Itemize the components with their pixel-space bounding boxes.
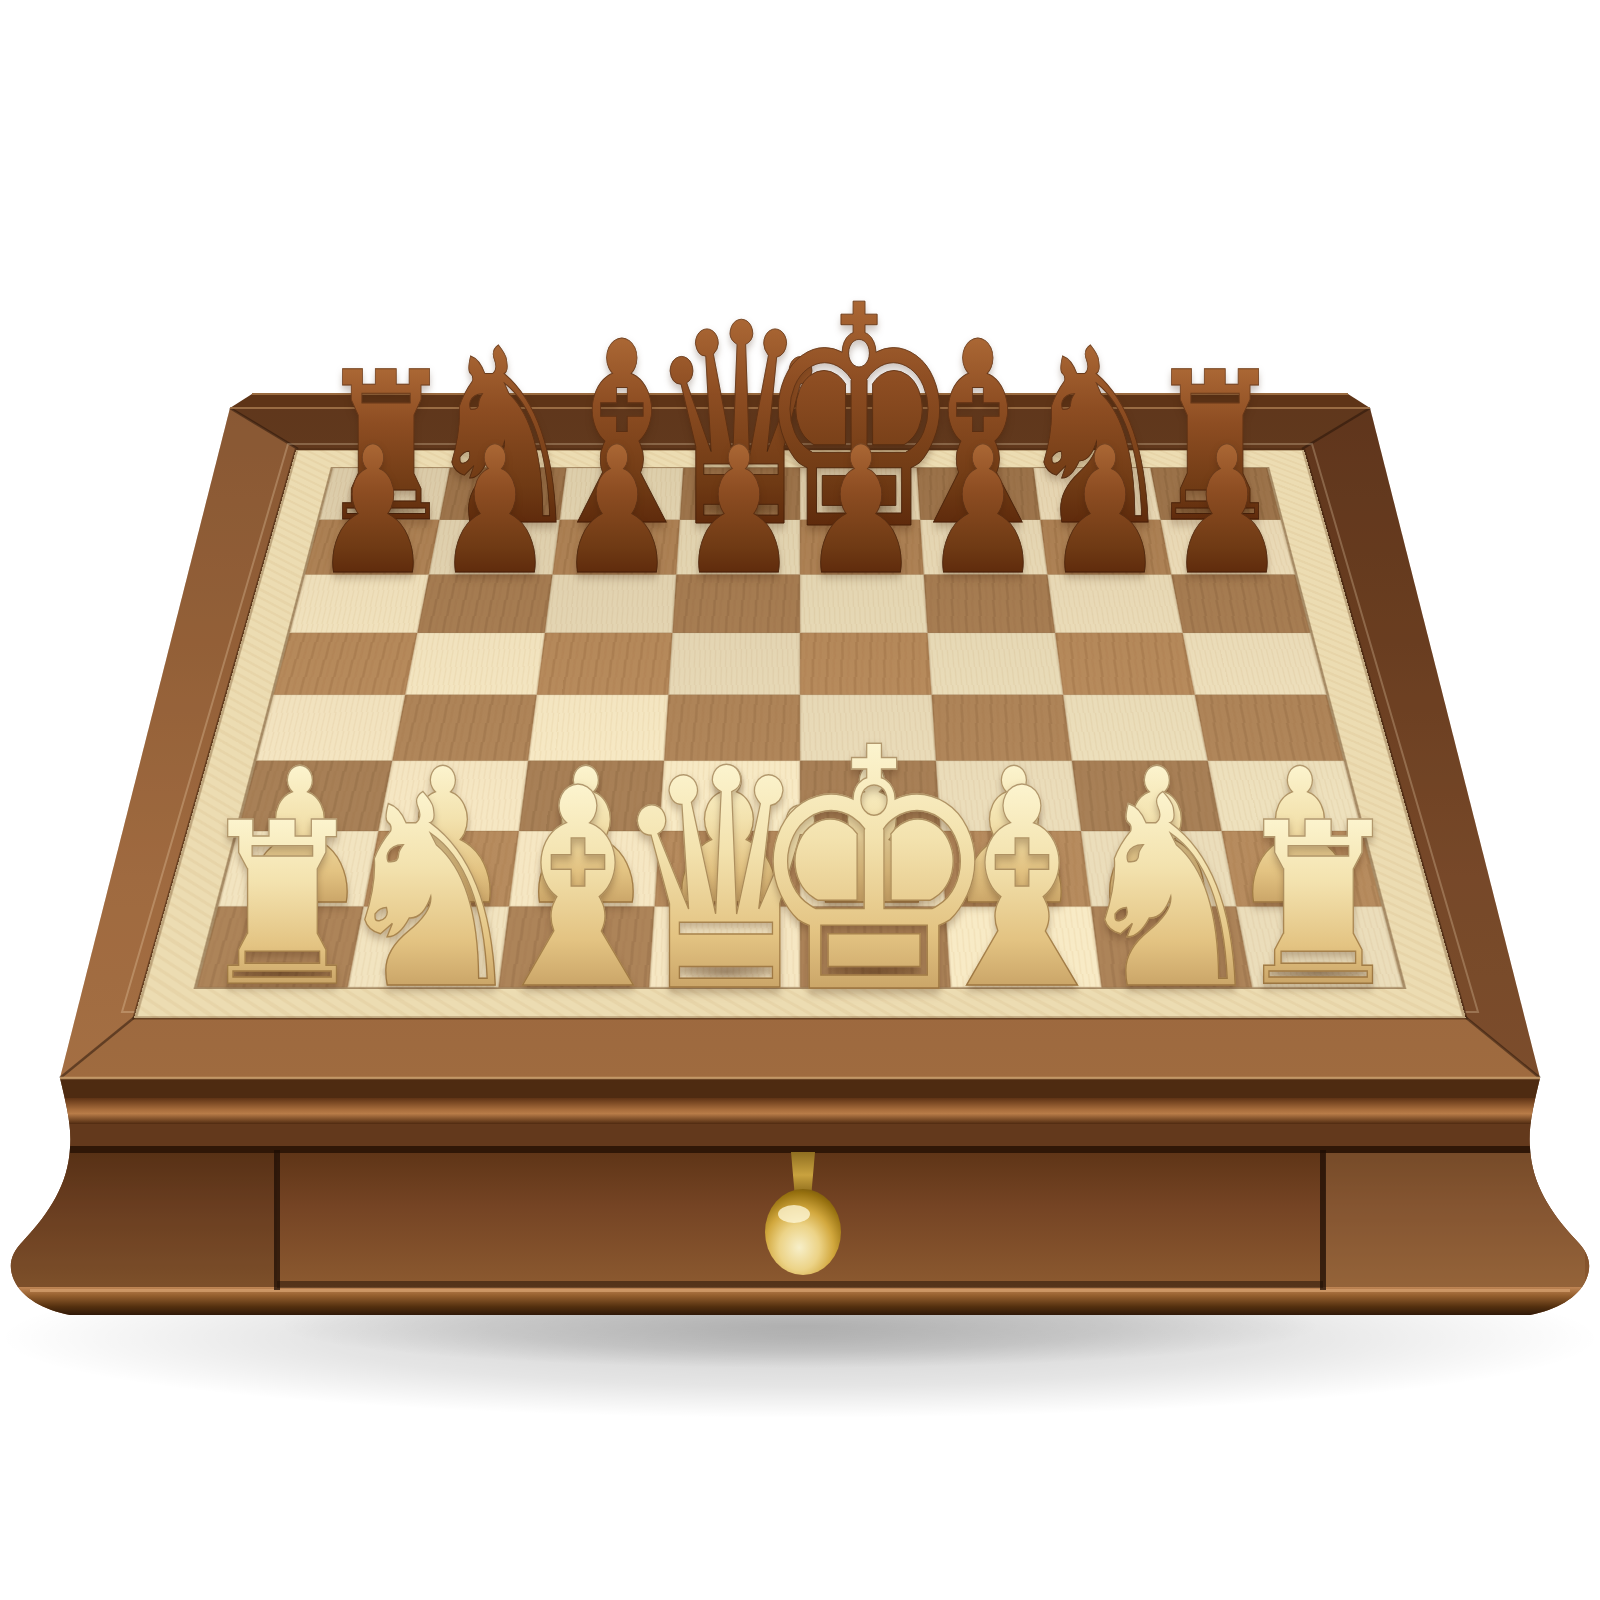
square-f3 — [936, 761, 1081, 831]
square-g2 — [1081, 831, 1236, 906]
square-f8 — [917, 468, 1041, 520]
square-e6 — [800, 575, 928, 633]
square-g7 — [1040, 520, 1171, 575]
square-e2 — [800, 831, 945, 906]
square-c8 — [560, 468, 684, 520]
knob-specular — [778, 1205, 810, 1223]
square-f4 — [932, 695, 1072, 761]
drawer-top-gap — [0, 1146, 1600, 1153]
square-g3 — [1072, 761, 1222, 831]
square-e5 — [800, 633, 932, 695]
square-f6 — [924, 575, 1055, 633]
square-c6 — [545, 575, 676, 633]
square-e8 — [800, 468, 920, 520]
square-e1 — [800, 906, 951, 987]
square-g5 — [1055, 633, 1195, 695]
square-b8 — [440, 468, 567, 520]
square-d1 — [649, 906, 800, 987]
square-d6 — [672, 575, 800, 633]
square-h5 — [1183, 633, 1327, 695]
right-stile-sheen — [1325, 1153, 1585, 1287]
square-d2 — [655, 831, 800, 906]
chess-board — [197, 468, 1403, 987]
square-b5 — [405, 633, 545, 695]
square-h8 — [1150, 468, 1280, 520]
square-c3 — [519, 761, 664, 831]
knob-ball — [765, 1189, 841, 1275]
square-a3 — [238, 761, 392, 831]
square-a8 — [319, 468, 449, 520]
square-a6 — [290, 575, 429, 633]
drawer-seam-left — [274, 1150, 280, 1290]
square-g6 — [1047, 575, 1182, 633]
square-c2 — [509, 831, 659, 906]
square-b2 — [364, 831, 519, 906]
box-front-face — [0, 1078, 1600, 1315]
square-b7 — [429, 520, 560, 575]
frame-far-band — [230, 408, 1370, 449]
square-g8 — [1034, 468, 1161, 520]
square-d5 — [668, 633, 800, 695]
square-a2 — [218, 831, 378, 906]
square-b1 — [348, 906, 509, 987]
square-c1 — [498, 906, 654, 987]
square-a4 — [256, 695, 405, 761]
square-a5 — [274, 633, 418, 695]
square-e7 — [800, 520, 924, 575]
square-h1 — [1236, 906, 1403, 987]
chess-set-photo: ♜♞♝♛♚♝♞♜♟♟♟♟♟♟♟♟♟♟♟♟♟♟♟♟♜♞♝♛♚♝♞♜ Wooden … — [0, 0, 1600, 1600]
square-h7 — [1160, 520, 1294, 575]
bead-molding — [0, 1098, 1600, 1124]
square-h6 — [1171, 575, 1310, 633]
square-f2 — [940, 831, 1090, 906]
square-e3 — [800, 761, 941, 831]
square-b6 — [417, 575, 552, 633]
base-molding-highlight — [30, 1289, 1570, 1292]
square-a1 — [197, 906, 364, 987]
square-c5 — [537, 633, 673, 695]
square-h2 — [1222, 831, 1382, 906]
square-g1 — [1091, 906, 1252, 987]
square-e4 — [800, 695, 936, 761]
square-d4 — [664, 695, 800, 761]
square-f5 — [928, 633, 1064, 695]
drawer-seam-right — [1320, 1150, 1326, 1290]
frame-front-band — [60, 1016, 1540, 1078]
square-d3 — [659, 761, 800, 831]
square-g4 — [1063, 695, 1208, 761]
cove-shadow-band — [0, 1078, 1600, 1098]
square-d8 — [680, 468, 800, 520]
square-c7 — [553, 520, 680, 575]
square-f7 — [920, 520, 1047, 575]
upper-rail — [0, 1124, 1600, 1146]
square-d7 — [676, 520, 800, 575]
square-a7 — [305, 520, 440, 575]
frame-back-edge — [230, 394, 1370, 408]
square-c4 — [528, 695, 668, 761]
left-stile-shade — [0, 1153, 277, 1287]
square-b3 — [378, 761, 528, 831]
square-h3 — [1208, 761, 1362, 831]
square-b4 — [392, 695, 537, 761]
drawer-seam-bottom — [277, 1281, 1323, 1288]
board-border — [134, 450, 1466, 1018]
square-f1 — [945, 906, 1101, 987]
square-h4 — [1195, 695, 1344, 761]
